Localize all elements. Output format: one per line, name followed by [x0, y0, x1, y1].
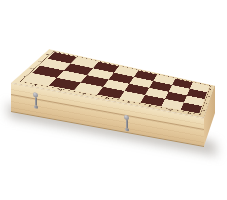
latch-hook-icon: [32, 92, 39, 110]
rank-label: 4: [44, 54, 50, 56]
latch-hook-icon: [123, 114, 130, 132]
latch-foot: [125, 128, 129, 132]
latch-foot: [34, 105, 38, 109]
rank-label: 2: [204, 102, 208, 103]
rank-label: 1: [202, 110, 206, 112]
rank-label: 4: [209, 89, 213, 90]
rank-label: 1: [20, 75, 27, 77]
rank-label: 3: [37, 60, 43, 62]
rank-label: 3: [207, 96, 211, 97]
rank-label: 2: [29, 67, 35, 69]
product-photo-chess-box: ABCDEFGH 4321 4321: [0, 0, 227, 200]
